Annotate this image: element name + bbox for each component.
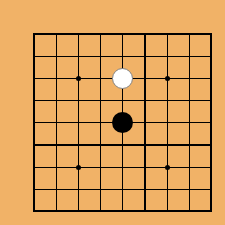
intersection-a2[interactable] bbox=[23, 178, 45, 200]
intersection-c1[interactable] bbox=[67, 200, 89, 222]
intersection-f3[interactable] bbox=[134, 156, 156, 178]
intersection-e3[interactable] bbox=[112, 156, 134, 178]
intersection-b2[interactable] bbox=[45, 178, 67, 200]
intersection-g8[interactable] bbox=[156, 45, 178, 67]
intersection-f5[interactable] bbox=[134, 112, 156, 134]
intersection-j4[interactable] bbox=[200, 134, 222, 156]
intersection-e7[interactable] bbox=[112, 67, 134, 89]
intersection-g1[interactable] bbox=[156, 200, 178, 222]
intersection-j5[interactable] bbox=[200, 112, 222, 134]
intersection-b8[interactable] bbox=[45, 45, 67, 67]
intersection-j9[interactable] bbox=[200, 23, 222, 45]
intersection-g6[interactable] bbox=[156, 89, 178, 111]
intersection-j8[interactable] bbox=[200, 45, 222, 67]
intersection-c8[interactable] bbox=[67, 45, 89, 67]
intersection-a6[interactable] bbox=[23, 89, 45, 111]
intersection-c6[interactable] bbox=[67, 89, 89, 111]
intersection-c2[interactable] bbox=[67, 178, 89, 200]
intersection-g4[interactable] bbox=[156, 134, 178, 156]
intersection-c5[interactable] bbox=[67, 112, 89, 134]
intersection-g3[interactable] bbox=[156, 156, 178, 178]
intersection-h9[interactable] bbox=[178, 23, 200, 45]
intersection-d7[interactable] bbox=[89, 67, 111, 89]
intersection-b7[interactable] bbox=[45, 67, 67, 89]
intersection-j2[interactable] bbox=[200, 178, 222, 200]
intersection-g9[interactable] bbox=[156, 23, 178, 45]
intersection-a3[interactable] bbox=[23, 156, 45, 178]
intersection-h2[interactable] bbox=[178, 178, 200, 200]
intersection-e2[interactable] bbox=[112, 178, 134, 200]
intersection-f8[interactable] bbox=[134, 45, 156, 67]
intersection-b1[interactable] bbox=[45, 200, 67, 222]
intersection-g7[interactable] bbox=[156, 67, 178, 89]
intersection-j7[interactable] bbox=[200, 67, 222, 89]
intersection-a7[interactable] bbox=[23, 67, 45, 89]
intersection-e8[interactable] bbox=[112, 45, 134, 67]
intersection-f7[interactable] bbox=[134, 67, 156, 89]
intersection-b3[interactable] bbox=[45, 156, 67, 178]
intersection-h5[interactable] bbox=[178, 112, 200, 134]
intersection-d2[interactable] bbox=[89, 178, 111, 200]
intersection-f6[interactable] bbox=[134, 89, 156, 111]
intersection-c3[interactable] bbox=[67, 156, 89, 178]
star-point-g3 bbox=[165, 165, 170, 170]
intersection-d9[interactable] bbox=[89, 23, 111, 45]
intersection-d3[interactable] bbox=[89, 156, 111, 178]
intersection-b5[interactable] bbox=[45, 112, 67, 134]
intersection-a1[interactable] bbox=[23, 200, 45, 222]
intersection-f9[interactable] bbox=[134, 23, 156, 45]
intersection-g5[interactable] bbox=[156, 112, 178, 134]
intersection-d8[interactable] bbox=[89, 45, 111, 67]
intersection-e5[interactable] bbox=[112, 112, 134, 134]
intersection-e9[interactable] bbox=[112, 23, 134, 45]
intersection-b6[interactable] bbox=[45, 89, 67, 111]
intersection-d1[interactable] bbox=[89, 200, 111, 222]
intersection-d6[interactable] bbox=[89, 89, 111, 111]
intersection-c4[interactable] bbox=[67, 134, 89, 156]
intersection-d4[interactable] bbox=[89, 134, 111, 156]
intersection-a4[interactable] bbox=[23, 134, 45, 156]
intersection-a5[interactable] bbox=[23, 112, 45, 134]
intersection-h8[interactable] bbox=[178, 45, 200, 67]
intersection-c9[interactable] bbox=[67, 23, 89, 45]
intersection-j3[interactable] bbox=[200, 156, 222, 178]
intersection-g2[interactable] bbox=[156, 178, 178, 200]
intersection-f2[interactable] bbox=[134, 178, 156, 200]
intersection-b9[interactable] bbox=[45, 23, 67, 45]
intersection-d5[interactable] bbox=[89, 112, 111, 134]
intersection-h1[interactable] bbox=[178, 200, 200, 222]
star-point-c7 bbox=[76, 76, 81, 81]
intersection-f4[interactable] bbox=[134, 134, 156, 156]
intersection-j6[interactable] bbox=[200, 89, 222, 111]
go-board bbox=[23, 23, 223, 223]
intersection-j1[interactable] bbox=[200, 200, 222, 222]
intersection-e6[interactable] bbox=[112, 89, 134, 111]
intersection-c7[interactable] bbox=[67, 67, 89, 89]
intersection-h7[interactable] bbox=[178, 67, 200, 89]
star-point-g7 bbox=[165, 76, 170, 81]
intersection-a8[interactable] bbox=[23, 45, 45, 67]
intersection-h4[interactable] bbox=[178, 134, 200, 156]
white-stone-e7 bbox=[112, 68, 133, 89]
intersection-e4[interactable] bbox=[112, 134, 134, 156]
intersection-a9[interactable] bbox=[23, 23, 45, 45]
intersection-e1[interactable] bbox=[112, 200, 134, 222]
intersection-h6[interactable] bbox=[178, 89, 200, 111]
intersection-h3[interactable] bbox=[178, 156, 200, 178]
intersection-b4[interactable] bbox=[45, 134, 67, 156]
black-stone-e5 bbox=[112, 112, 133, 133]
intersection-f1[interactable] bbox=[134, 200, 156, 222]
star-point-c3 bbox=[76, 165, 81, 170]
